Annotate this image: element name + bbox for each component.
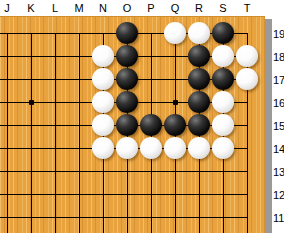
intersection-T15[interactable] (235, 113, 259, 136)
intersection-P13[interactable] (139, 159, 163, 182)
column-label-R: R (187, 1, 211, 15)
white-stone-O14: ○ (116, 137, 138, 159)
column-label-L: L (43, 1, 67, 15)
intersection-L18[interactable] (43, 44, 67, 67)
black-stone-R16: ● (188, 91, 210, 113)
white-stone-N18: ○ (92, 45, 114, 67)
white-stone-T17: ○ (236, 68, 258, 90)
column-label-S: S (211, 1, 235, 15)
row-label-13: 13 (273, 166, 284, 179)
intersection-M16[interactable] (67, 90, 91, 113)
intersection-R14[interactable]: ○ (187, 136, 211, 159)
intersection-T11[interactable] (235, 205, 259, 228)
intersection-N13[interactable] (91, 159, 115, 182)
intersection-N15[interactable]: ○ (91, 113, 115, 136)
intersection-L17[interactable] (43, 67, 67, 90)
white-stone-Q19: ○ (164, 22, 186, 44)
white-stone-N14: ○ (92, 137, 114, 159)
intersection-J11[interactable] (0, 205, 19, 228)
intersection-L11[interactable] (43, 205, 67, 228)
intersection-R19[interactable]: ○ (187, 21, 211, 44)
intersection-L12[interactable] (43, 182, 67, 205)
intersection-J14[interactable] (0, 136, 19, 159)
intersection-Q16[interactable] (163, 90, 187, 113)
black-stone-O18: ● (116, 45, 138, 67)
intersection-O11[interactable] (115, 205, 139, 228)
intersection-Q12[interactable] (163, 182, 187, 205)
row-label-12: 12 (273, 189, 284, 202)
column-label-O: O (115, 1, 139, 15)
black-stone-P15: ● (140, 114, 162, 136)
intersection-L16[interactable] (43, 90, 67, 113)
black-stone-R17: ● (188, 68, 210, 90)
intersection-T14[interactable] (235, 136, 259, 159)
intersection-R18[interactable]: ● (187, 44, 211, 67)
intersection-P16[interactable] (139, 90, 163, 113)
intersection-S11[interactable] (211, 205, 235, 228)
intersection-K14[interactable] (19, 136, 43, 159)
intersection-K19[interactable] (19, 21, 43, 44)
intersection-N19[interactable] (91, 21, 115, 44)
intersection-K13[interactable] (19, 159, 43, 182)
intersection-O17[interactable]: ● (115, 67, 139, 90)
black-stone-O16: ● (116, 91, 138, 113)
intersection-L13[interactable] (43, 159, 67, 182)
intersection-N12[interactable] (91, 182, 115, 205)
intersection-T16[interactable] (235, 90, 259, 113)
intersection-J15[interactable] (0, 113, 19, 136)
intersection-P17[interactable] (139, 67, 163, 90)
intersection-L15[interactable] (43, 113, 67, 136)
intersection-S18[interactable]: ○ (211, 44, 235, 67)
black-stone-S19: ● (212, 22, 234, 44)
intersection-S14[interactable]: ○ (211, 136, 235, 159)
column-label-N: N (91, 1, 115, 15)
intersection-J17[interactable] (0, 67, 19, 90)
intersection-K17[interactable] (19, 67, 43, 90)
intersection-M12[interactable] (67, 182, 91, 205)
row-label-16: 16 (273, 97, 284, 110)
intersection-J16[interactable] (0, 90, 19, 113)
intersection-M14[interactable] (67, 136, 91, 159)
intersection-O15[interactable]: ● (115, 113, 139, 136)
intersection-O14[interactable]: ○ (115, 136, 139, 159)
white-stone-S18: ○ (212, 45, 234, 67)
intersection-K12[interactable] (19, 182, 43, 205)
intersection-Q15[interactable]: ● (163, 113, 187, 136)
intersection-Q11[interactable] (163, 205, 187, 228)
intersection-S12[interactable] (211, 182, 235, 205)
intersection-N16[interactable]: ○ (91, 90, 115, 113)
intersection-K15[interactable] (19, 113, 43, 136)
intersection-T13[interactable] (235, 159, 259, 182)
intersection-K18[interactable] (19, 44, 43, 67)
intersection-J19[interactable] (0, 21, 19, 44)
black-stone-O15: ● (116, 114, 138, 136)
black-stone-Q15: ● (164, 114, 186, 136)
board-edge-shadow (265, 19, 272, 233)
intersection-P14[interactable]: ○ (139, 136, 163, 159)
row-label-19: 19 (273, 28, 284, 41)
intersection-S19[interactable]: ● (211, 21, 235, 44)
intersection-R15[interactable]: ● (187, 113, 211, 136)
intersection-T12[interactable] (235, 182, 259, 205)
intersection-Q13[interactable] (163, 159, 187, 182)
white-stone-S16: ○ (212, 91, 234, 113)
white-stone-P14: ○ (140, 137, 162, 159)
black-stone-O17: ● (116, 68, 138, 90)
intersection-M18[interactable] (67, 44, 91, 67)
black-stone-S17: ● (212, 68, 234, 90)
intersection-R13[interactable] (187, 159, 211, 182)
intersection-S15[interactable]: ○ (211, 113, 235, 136)
intersection-J12[interactable] (0, 182, 19, 205)
intersection-N14[interactable]: ○ (91, 136, 115, 159)
intersection-M19[interactable] (67, 21, 91, 44)
column-label-M: M (67, 1, 91, 15)
black-stone-R18: ● (188, 45, 210, 67)
black-stone-R15: ● (188, 114, 210, 136)
intersection-M15[interactable] (67, 113, 91, 136)
column-label-P: P (139, 1, 163, 15)
intersection-M11[interactable] (67, 205, 91, 228)
intersection-R17[interactable]: ● (187, 67, 211, 90)
column-label-Q: Q (163, 1, 187, 15)
intersection-P11[interactable] (139, 205, 163, 228)
stone-grid: ●○○●○●●○○○●●●○○●●○○●●●●○○○○○○○ (0, 21, 259, 228)
column-label-T: T (235, 1, 259, 15)
white-stone-R14: ○ (188, 137, 210, 159)
row-label-18: 18 (273, 51, 284, 64)
intersection-O13[interactable] (115, 159, 139, 182)
intersection-R16[interactable]: ● (187, 90, 211, 113)
intersection-N18[interactable]: ○ (91, 44, 115, 67)
intersection-M13[interactable] (67, 159, 91, 182)
intersection-K16[interactable] (19, 90, 43, 113)
row-label-11: 11 (273, 212, 284, 225)
intersection-R12[interactable] (187, 182, 211, 205)
intersection-Q17[interactable] (163, 67, 187, 90)
intersection-K11[interactable] (19, 205, 43, 228)
intersection-J13[interactable] (0, 159, 19, 182)
intersection-M17[interactable] (67, 67, 91, 90)
row-label-17: 17 (273, 74, 284, 87)
column-label-K: K (19, 1, 43, 15)
white-stone-N15: ○ (92, 114, 114, 136)
white-stone-S15: ○ (212, 114, 234, 136)
white-stone-N17: ○ (92, 68, 114, 90)
intersection-L14[interactable] (43, 136, 67, 159)
white-stone-R19: ○ (188, 22, 210, 44)
black-stone-O19: ● (116, 22, 138, 44)
intersection-Q14[interactable]: ○ (163, 136, 187, 159)
intersection-L19[interactable] (43, 21, 67, 44)
white-stone-T18: ○ (236, 45, 258, 67)
intersection-Q19[interactable]: ○ (163, 21, 187, 44)
row-label-14: 14 (273, 143, 284, 156)
column-label-J: J (0, 1, 19, 15)
intersection-N11[interactable] (91, 205, 115, 228)
intersection-R11[interactable] (187, 205, 211, 228)
intersection-O16[interactable]: ● (115, 90, 139, 113)
intersection-T18[interactable]: ○ (235, 44, 259, 67)
intersection-T17[interactable]: ○ (235, 67, 259, 90)
intersection-O19[interactable]: ● (115, 21, 139, 44)
go-board-view: JKLMNOPQRST 191817161514131211 ●○○●○●●○○… (0, 0, 284, 233)
row-label-15: 15 (273, 120, 284, 133)
intersection-P15[interactable]: ● (139, 113, 163, 136)
intersection-S13[interactable] (211, 159, 235, 182)
intersection-T19[interactable] (235, 21, 259, 44)
white-stone-S14: ○ (212, 137, 234, 159)
intersection-P12[interactable] (139, 182, 163, 205)
intersection-P19[interactable] (139, 21, 163, 44)
intersection-Q18[interactable] (163, 44, 187, 67)
intersection-P18[interactable] (139, 44, 163, 67)
white-stone-N16: ○ (92, 91, 114, 113)
intersection-O18[interactable]: ● (115, 44, 139, 67)
white-stone-Q14: ○ (164, 137, 186, 159)
intersection-S16[interactable]: ○ (211, 90, 235, 113)
intersection-J18[interactable] (0, 44, 19, 67)
intersection-N17[interactable]: ○ (91, 67, 115, 90)
intersection-O12[interactable] (115, 182, 139, 205)
intersection-S17[interactable]: ● (211, 67, 235, 90)
